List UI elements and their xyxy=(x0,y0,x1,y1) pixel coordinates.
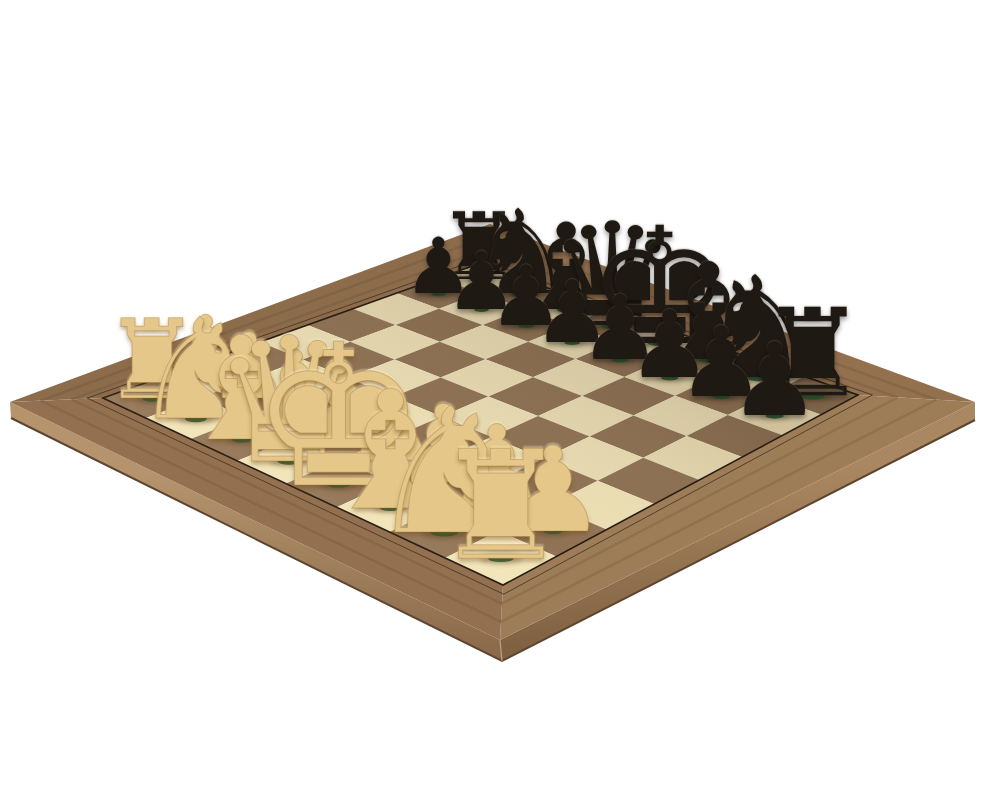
piece-black-pawn-c7: ♟ xyxy=(476,255,576,338)
piece-white-bishop-c1: ♝ xyxy=(155,318,328,462)
piece-black-pawn-b7: ♟ xyxy=(433,242,529,322)
piece-white-rook-h1: ♜ xyxy=(411,431,591,581)
piece-white-pawn-a2: ♟ xyxy=(153,305,258,392)
piece-black-knight-b8: ♞ xyxy=(452,195,592,312)
piece-white-pawn-h2: ♟ xyxy=(482,431,624,549)
piece-black-bishop-c8: ♝ xyxy=(494,208,638,328)
piece-white-pawn-f2: ♟ xyxy=(378,391,508,499)
piece-black-rook-a8: ♜ xyxy=(424,201,535,294)
piece-white-king-e1: ♚ xyxy=(220,318,457,515)
piece-black-pawn-a7: ♟ xyxy=(392,228,485,305)
piece-black-pawn-f7: ♟ xyxy=(614,298,726,391)
piece-white-bishop-f1: ♝ xyxy=(292,369,489,533)
chess-pieces-layer: ♜♟♞♟♝♛♟♚♟♝♟♞♟♟♜♟♟♜♟♟♞♟♝♟♛♟♚♟♝♟♞♜ xyxy=(0,0,1000,800)
piece-black-pawn-e7: ♟ xyxy=(566,284,674,374)
piece-white-rook-a1: ♜ xyxy=(86,305,218,415)
piece-black-pawn-g7: ♟ xyxy=(663,314,780,411)
chess-set-product-photo: ♜♟♞♟♝♛♟♚♟♝♟♞♟♟♜♟♟♜♟♟♞♟♝♟♛♟♚♟♝♟♞♜ xyxy=(0,0,1000,800)
piece-black-king-e8: ♚ xyxy=(562,206,756,368)
piece-black-rook-h8: ♜ xyxy=(740,294,885,415)
piece-white-pawn-c2: ♟ xyxy=(238,338,352,433)
piece-black-queen-d8: ♛ xyxy=(526,204,698,348)
piece-white-knight-b1: ♞ xyxy=(112,301,279,440)
piece-white-pawn-b2: ♟ xyxy=(195,321,304,412)
piece-white-knight-g1: ♞ xyxy=(340,385,549,559)
piece-black-pawn-d7: ♟ xyxy=(520,269,624,355)
piece-white-queen-d1: ♛ xyxy=(185,315,393,489)
piece-black-bishop-f8: ♝ xyxy=(628,246,789,380)
piece-black-pawn-h7: ♟ xyxy=(714,330,836,431)
piece-white-pawn-d2: ♟ xyxy=(283,355,402,454)
piece-white-pawn-g2: ♟ xyxy=(429,411,565,524)
piece-white-pawn-e2: ♟ xyxy=(330,373,454,476)
piece-black-knight-g8: ♞ xyxy=(675,258,844,399)
